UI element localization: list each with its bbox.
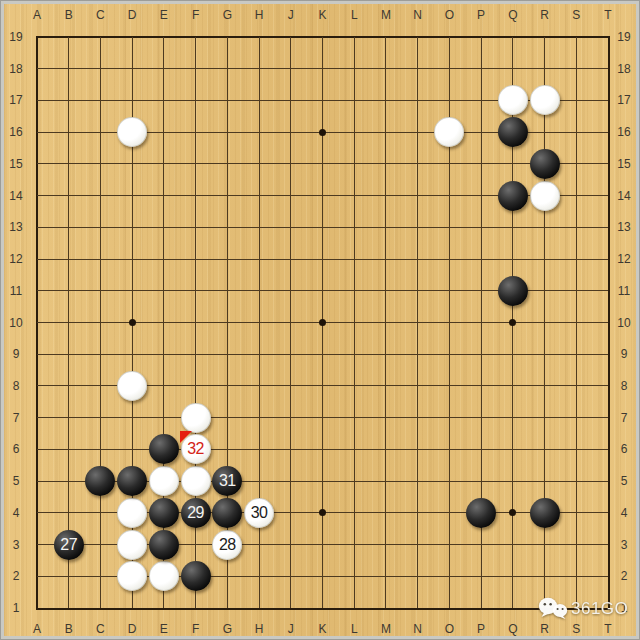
column-label-bottom: M	[376, 621, 396, 637]
row-label-right: 9	[609, 346, 639, 362]
column-label-bottom: P	[471, 621, 491, 637]
stone-black-q11[interactable]	[498, 276, 528, 306]
grid-line-vertical	[354, 37, 355, 608]
move-number: 27	[60, 537, 77, 553]
star-point	[129, 319, 136, 326]
grid-line-horizontal	[37, 354, 608, 355]
column-label-bottom: D	[122, 621, 142, 637]
stone-black-f4[interactable]: 29	[181, 498, 211, 528]
row-label-right: 17	[609, 92, 639, 108]
column-label-top: F	[186, 7, 206, 23]
column-label-top: H	[249, 7, 269, 23]
row-label-left: 5	[1, 473, 31, 489]
stone-white-r14[interactable]	[530, 181, 560, 211]
stone-black-g4[interactable]	[212, 498, 242, 528]
star-point	[319, 129, 326, 136]
column-label-top: B	[59, 7, 79, 23]
column-label-top: K	[313, 7, 333, 23]
grid-line-horizontal	[37, 417, 608, 418]
column-label-top: P	[471, 7, 491, 23]
row-label-right: 3	[609, 537, 639, 553]
column-label-bottom: E	[154, 621, 174, 637]
row-label-left: 4	[1, 505, 31, 521]
row-label-left: 6	[1, 441, 31, 457]
move-number: 29	[187, 505, 204, 521]
stone-white-e2[interactable]	[149, 561, 179, 591]
row-label-left: 8	[1, 378, 31, 394]
column-label-top: G	[217, 7, 237, 23]
go-board-screenshot: AABBCCDDEEFFGGHHJJKKLLMMNNOOPPQQRRSSTT19…	[0, 0, 640, 640]
row-label-right: 11	[609, 283, 639, 299]
row-label-left: 10	[1, 315, 31, 331]
stone-white-f5[interactable]	[181, 466, 211, 496]
column-label-bottom: K	[313, 621, 333, 637]
row-label-left: 12	[1, 251, 31, 267]
column-label-top: S	[566, 7, 586, 23]
column-label-bottom: N	[408, 621, 428, 637]
stone-white-d3[interactable]	[117, 530, 147, 560]
wechat-icon	[537, 596, 569, 621]
column-label-top: L	[344, 7, 364, 23]
stone-white-f6[interactable]: 32	[181, 434, 211, 464]
column-label-bottom: S	[566, 621, 586, 637]
column-label-top: A	[27, 7, 47, 23]
row-label-left: 18	[1, 61, 31, 77]
row-label-right: 2	[609, 568, 639, 584]
row-label-left: 2	[1, 568, 31, 584]
stone-white-e5[interactable]	[149, 466, 179, 496]
row-label-left: 1	[1, 600, 31, 616]
move-number: 28	[219, 537, 236, 553]
row-label-right: 5	[609, 473, 639, 489]
row-label-left: 15	[1, 156, 31, 172]
row-label-left: 16	[1, 124, 31, 140]
move-number: 32	[187, 441, 204, 457]
row-label-right: 13	[609, 219, 639, 235]
column-label-bottom: Q	[503, 621, 523, 637]
row-label-left: 7	[1, 410, 31, 426]
grid-line-vertical	[417, 37, 418, 608]
column-label-bottom: O	[439, 621, 459, 637]
row-label-right: 18	[609, 61, 639, 77]
stone-black-f2[interactable]	[181, 561, 211, 591]
last-move-marker-icon	[180, 431, 192, 443]
stone-white-d8[interactable]	[117, 371, 147, 401]
row-label-left: 13	[1, 219, 31, 235]
column-label-bottom: C	[90, 621, 110, 637]
stone-black-b3[interactable]: 27	[54, 530, 84, 560]
stone-white-r17[interactable]	[530, 85, 560, 115]
stone-white-h4[interactable]: 30	[244, 498, 274, 528]
column-label-top: D	[122, 7, 142, 23]
grid-line-vertical	[576, 37, 577, 608]
column-label-bottom: L	[344, 621, 364, 637]
row-label-right: 16	[609, 124, 639, 140]
column-label-bottom: B	[59, 621, 79, 637]
watermark: 361GO	[537, 596, 628, 621]
move-number: 30	[251, 505, 268, 521]
column-label-bottom: H	[249, 621, 269, 637]
column-label-bottom: J	[281, 621, 301, 637]
grid-line-vertical	[385, 37, 386, 608]
stone-black-e4[interactable]	[149, 498, 179, 528]
column-label-bottom: T	[598, 621, 618, 637]
row-label-left: 17	[1, 92, 31, 108]
row-label-right: 15	[609, 156, 639, 172]
move-number: 31	[219, 473, 236, 489]
stone-white-g3[interactable]: 28	[212, 530, 242, 560]
row-label-left: 11	[1, 283, 31, 299]
column-label-bottom: F	[186, 621, 206, 637]
stone-white-d4[interactable]	[117, 498, 147, 528]
column-label-top: N	[408, 7, 428, 23]
stone-black-q14[interactable]	[498, 181, 528, 211]
row-label-right: 10	[609, 315, 639, 331]
row-label-right: 4	[609, 505, 639, 521]
column-label-top: C	[90, 7, 110, 23]
row-label-left: 14	[1, 188, 31, 204]
grid-line-horizontal	[37, 449, 608, 450]
column-label-top: M	[376, 7, 396, 23]
column-label-top: Q	[503, 7, 523, 23]
row-label-right: 8	[609, 378, 639, 394]
stone-black-p4[interactable]	[466, 498, 496, 528]
column-label-top: T	[598, 7, 618, 23]
row-label-right: 14	[609, 188, 639, 204]
column-label-top: R	[535, 7, 555, 23]
stone-black-q16[interactable]	[498, 117, 528, 147]
stone-black-r4[interactable]	[530, 498, 560, 528]
row-label-right: 19	[609, 29, 639, 45]
row-label-left: 3	[1, 537, 31, 553]
column-label-top: E	[154, 7, 174, 23]
column-label-top: O	[439, 7, 459, 23]
row-label-left: 19	[1, 29, 31, 45]
stone-black-e3[interactable]	[149, 530, 179, 560]
star-point	[319, 319, 326, 326]
stone-white-f7[interactable]	[181, 403, 211, 433]
stone-black-r15[interactable]	[530, 149, 560, 179]
row-label-right: 6	[609, 441, 639, 457]
column-label-bottom: G	[217, 621, 237, 637]
watermark-text: 361GO	[571, 599, 628, 619]
column-label-bottom: R	[535, 621, 555, 637]
column-label-bottom: A	[27, 621, 47, 637]
row-label-right: 12	[609, 251, 639, 267]
row-label-left: 9	[1, 346, 31, 362]
row-label-right: 7	[609, 410, 639, 426]
column-label-top: J	[281, 7, 301, 23]
